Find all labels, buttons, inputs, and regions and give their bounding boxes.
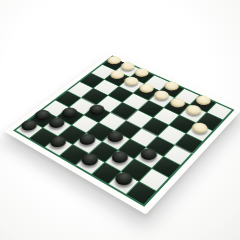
- checkers-board: [13, 55, 234, 206]
- board-square-r2c7[interactable]: [186, 123, 212, 141]
- checkers-board-sheet: [4, 51, 240, 214]
- board-square-r5c4[interactable]: [102, 131, 129, 150]
- black-checker-piece[interactable]: [112, 170, 136, 188]
- photo-stage: [0, 0, 240, 240]
